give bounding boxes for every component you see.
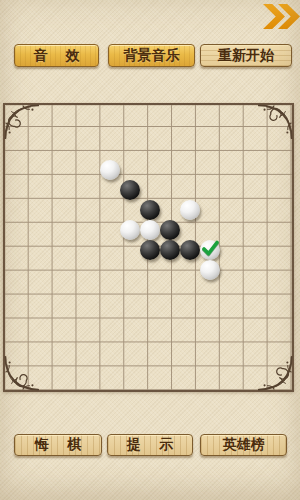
double-chevron-right-icon	[263, 4, 285, 29]
restart-button[interactable]: 重新开始	[200, 44, 292, 67]
stone-black	[160, 240, 180, 260]
stone-white-last-move	[200, 240, 220, 260]
undo-button[interactable]: 悔 棋	[14, 434, 102, 456]
stone-white	[100, 160, 120, 180]
hint-button[interactable]: 提 示	[107, 434, 193, 456]
stone-white	[140, 220, 160, 240]
stone-white	[200, 260, 220, 280]
gomoku-app: 音 效 背景音乐 重新开始 悔 棋 提 示 英雄榜	[0, 0, 300, 500]
leaderboard-button[interactable]: 英雄榜	[200, 434, 287, 456]
stone-white	[180, 200, 200, 220]
expand-panel-button[interactable]	[263, 4, 300, 29]
stone-black	[180, 240, 200, 260]
background-music-button[interactable]: 背景音乐	[108, 44, 195, 67]
sound-toggle-button[interactable]: 音 效	[14, 44, 99, 67]
stone-black	[140, 240, 160, 260]
stone-black	[160, 220, 180, 240]
stone-black	[140, 200, 160, 220]
last-move-check-icon	[199, 238, 221, 260]
stone-white	[120, 220, 140, 240]
stone-black	[120, 180, 140, 200]
stones-layer	[5, 105, 292, 390]
gomoku-board[interactable]	[3, 103, 294, 392]
